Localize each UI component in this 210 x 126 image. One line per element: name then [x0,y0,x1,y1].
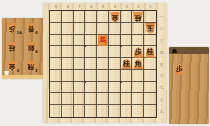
shogi-piece[interactable]: 歩 [175,64,185,75]
sente-panel-header [169,47,209,54]
rank-label: 六 [157,70,166,82]
board-square[interactable] [97,105,109,117]
board-square[interactable] [121,105,133,117]
piece-glyph: 金 [111,12,118,22]
rank-coordinates: 一二三四五六七八九 [157,11,166,117]
board-square[interactable] [85,35,97,47]
board-square[interactable] [85,23,97,35]
hand-piece[interactable]: 飛2 [26,61,36,72]
piece-glyph: 桂 [147,48,154,58]
sente-marker-icon [172,49,177,54]
hand-piece-count: 4 [35,49,38,54]
board-square[interactable] [74,93,86,105]
hand-piece-count: 2 [35,68,38,73]
rank-label: 一 [157,11,166,23]
hand-piece[interactable]: 金3 [7,61,17,72]
board-square[interactable] [109,105,121,117]
piece-glyph: 馬 [100,36,107,46]
board-square[interactable] [50,35,62,47]
board-square[interactable] [144,93,156,105]
board-square[interactable] [109,82,121,94]
board-square[interactable] [50,105,62,117]
gote-hand-panel: 歩16香4桂銀4金3飛2 [2,18,44,79]
file-coordinates: 987654321 [50,4,156,10]
board-square[interactable] [109,70,121,82]
board-square[interactable] [50,46,62,58]
board-square[interactable] [97,11,109,23]
shogi-app: 歩16香4桂銀4金3飛2 987654321 一二三四五六七八九 金桂玉馬歩桂桂… [0,0,210,126]
board-square[interactable] [109,58,121,70]
board-square[interactable] [74,105,86,117]
board-square[interactable] [62,70,74,82]
board-square[interactable] [132,70,144,82]
hand-piece[interactable]: 歩16 [7,23,17,34]
hand-piece[interactable]: 香4 [26,23,36,34]
file-label: 2 [132,4,144,10]
piece-glyph: 香 [27,23,34,33]
board-square[interactable] [97,23,109,35]
rank-label: 三 [157,35,166,47]
piece-glyph: 銀 [27,42,34,52]
board-square[interactable] [144,70,156,82]
board-square[interactable] [85,11,97,23]
board-square[interactable] [109,35,121,47]
board-square[interactable] [85,58,97,70]
file-label: 1 [144,4,156,10]
piece-glyph: 玉 [147,23,154,33]
board-square[interactable] [97,46,109,58]
board-square[interactable] [121,93,133,105]
shogi-piece[interactable]: 飛 [26,61,36,72]
hand-piece[interactable]: 歩 [175,64,185,75]
board-square[interactable] [85,82,97,94]
board-square[interactable] [74,46,86,58]
file-label: 5 [97,4,109,10]
board-square[interactable] [74,11,86,23]
piece-glyph: 歩 [9,23,16,33]
shogi-piece[interactable]: 銀 [26,42,36,53]
shogi-piece[interactable]: 香 [26,23,36,34]
board-square[interactable] [132,105,144,117]
board-square[interactable] [97,82,109,94]
hand-piece-count: 4 [35,30,38,35]
board-square[interactable] [144,35,156,47]
rank-label: 八 [157,93,166,105]
board-square[interactable] [62,82,74,94]
rank-label: 五 [157,58,166,70]
piece-glyph: 角 [135,60,142,70]
rank-label: 四 [157,46,166,58]
board-square[interactable] [74,35,86,47]
board-square[interactable] [85,93,97,105]
board-square[interactable] [109,46,121,58]
piece-glyph: 歩 [135,48,142,58]
board-square[interactable] [144,11,156,23]
hand-piece[interactable]: 銀4 [26,42,36,53]
board-square[interactable] [109,93,121,105]
board-square[interactable] [85,70,97,82]
board-square[interactable] [50,23,62,35]
board-square[interactable] [74,58,86,70]
board-square[interactable] [85,46,97,58]
hand-piece-count: 3 [17,68,20,73]
board-square[interactable] [121,70,133,82]
board-square[interactable] [121,82,133,94]
board-square[interactable] [74,70,86,82]
gote-panel-footer [2,75,44,79]
board-square[interactable] [132,35,144,47]
board-square[interactable] [132,93,144,105]
shogi-board: 987654321 一二三四五六七八九 金桂玉馬歩桂桂角 [43,3,167,123]
file-label: 8 [62,4,74,10]
board-square[interactable] [144,58,156,70]
board-square[interactable] [74,82,86,94]
rank-label: 七 [157,82,166,94]
piece-glyph: 歩 [176,65,183,75]
board-square[interactable] [62,46,74,58]
rank-label: 九 [157,105,166,117]
piece-glyph: 桂 [135,12,142,22]
piece-glyph: 金 [9,61,16,71]
sente-hand-panel: 歩 [169,47,209,124]
board-square[interactable] [62,93,74,105]
file-label: 3 [121,4,133,10]
board-square[interactable] [132,82,144,94]
file-label: 9 [50,4,62,10]
board-square[interactable] [144,82,156,94]
board-square[interactable] [97,58,109,70]
board-square[interactable] [97,70,109,82]
board-square[interactable] [74,23,86,35]
shogi-piece[interactable]: 桂 [7,42,17,53]
board-square[interactable] [50,93,62,105]
board-square[interactable] [121,46,133,58]
board-square[interactable] [144,105,156,117]
board-square[interactable] [121,11,133,23]
hand-piece-count: 16 [17,30,23,35]
board-square[interactable] [50,11,62,23]
board-square[interactable] [121,23,133,35]
file-label: 7 [74,4,86,10]
file-label: 6 [85,4,97,10]
board-square[interactable] [50,58,62,70]
piece-glyph: 桂 [9,42,16,52]
board-square[interactable] [62,23,74,35]
board-square[interactable] [50,82,62,94]
piece-glyph: 飛 [27,61,34,71]
board-square[interactable] [109,23,121,35]
hand-piece[interactable]: 桂 [7,42,17,53]
rank-label: 二 [157,23,166,35]
board-square[interactable] [62,105,74,117]
board-square[interactable] [50,70,62,82]
board-square[interactable] [132,23,144,35]
piece-glyph: 桂 [123,60,130,70]
board-square[interactable] [85,105,97,117]
file-label: 4 [109,4,121,10]
shogi-piece[interactable]: 歩 [7,23,17,34]
board-square[interactable] [97,93,109,105]
board-square[interactable] [62,11,74,23]
board-square[interactable] [121,35,133,47]
board-square[interactable] [62,58,74,70]
shogi-piece[interactable]: 金 [7,61,17,72]
board-square[interactable] [62,35,74,47]
